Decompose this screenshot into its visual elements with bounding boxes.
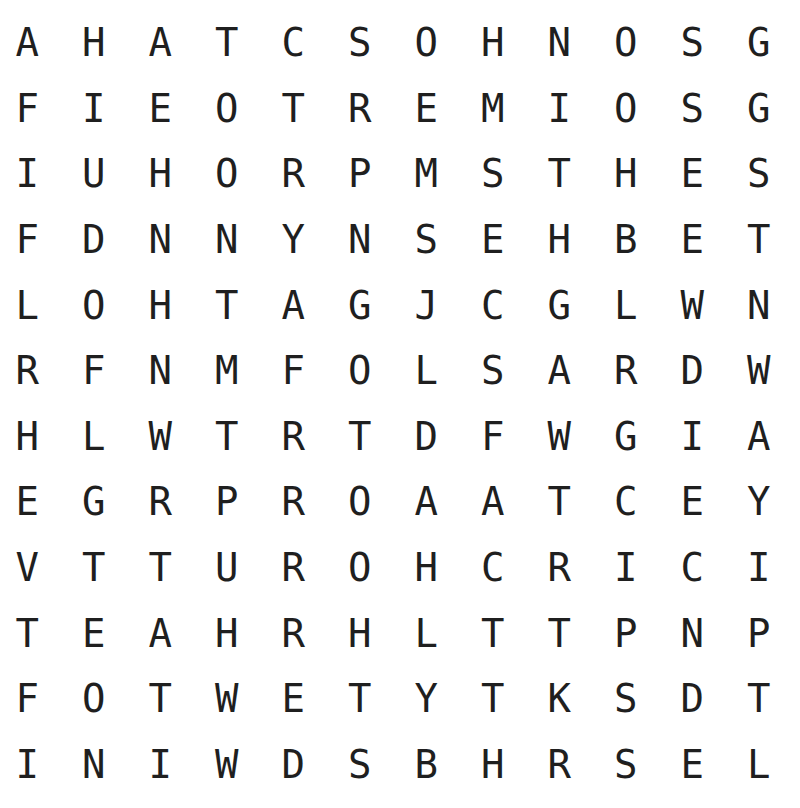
grid-cell-r7c8[interactable]: F <box>460 404 527 470</box>
grid-cell-r10c4[interactable]: H <box>194 600 261 666</box>
grid-cell-r3c2[interactable]: U <box>61 141 128 207</box>
grid-cell-r11c12[interactable]: T <box>726 666 793 732</box>
grid-cell-r8c9[interactable]: T <box>526 469 593 535</box>
grid-cell-r12c8[interactable]: H <box>460 731 527 797</box>
grid-cell-r5c1[interactable]: L <box>0 272 61 338</box>
grid-cell-r1c4[interactable]: T <box>194 10 261 76</box>
grid-cell-r9c9[interactable]: R <box>526 535 593 601</box>
grid-cell-r1c1[interactable]: A <box>0 10 61 76</box>
grid-cell-r3c9[interactable]: T <box>526 141 593 207</box>
grid-cell-r8c12[interactable]: Y <box>726 469 793 535</box>
grid-cell-r4c3[interactable]: N <box>127 207 194 273</box>
grid-cell-r9c7[interactable]: H <box>393 535 460 601</box>
grid-cell-r7c10[interactable]: G <box>593 404 660 470</box>
grid-cell-r2c7[interactable]: E <box>393 76 460 142</box>
grid-cell-r2c6[interactable]: R <box>327 76 394 142</box>
grid-cell-r12c1[interactable]: I <box>0 731 61 797</box>
grid-cell-r8c4[interactable]: P <box>194 469 261 535</box>
grid-cell-r12c6[interactable]: S <box>327 731 394 797</box>
grid-cell-r12c11[interactable]: E <box>659 731 726 797</box>
grid-cell-r12c10[interactable]: S <box>593 731 660 797</box>
grid-cell-r2c8[interactable]: M <box>460 76 527 142</box>
grid-cell-r6c11[interactable]: D <box>659 338 726 404</box>
grid-cell-r4c2[interactable]: D <box>61 207 128 273</box>
grid-cell-r8c8[interactable]: A <box>460 469 527 535</box>
grid-cell-r9c6[interactable]: O <box>327 535 394 601</box>
grid-cell-r8c7[interactable]: A <box>393 469 460 535</box>
grid-cell-r2c12[interactable]: G <box>726 76 793 142</box>
grid-cell-r7c1[interactable]: H <box>0 404 61 470</box>
grid-cell-r9c3[interactable]: T <box>127 535 194 601</box>
grid-cell-r11c11[interactable]: D <box>659 666 726 732</box>
grid-cell-r4c12[interactable]: T <box>726 207 793 273</box>
grid-cell-r5c2[interactable]: O <box>61 272 128 338</box>
grid-cell-r7c11[interactable]: I <box>659 404 726 470</box>
grid-cell-r5c6[interactable]: G <box>327 272 394 338</box>
grid-cell-r3c12[interactable]: S <box>726 141 793 207</box>
grid-cell-r11c1[interactable]: F <box>0 666 61 732</box>
grid-cell-r1c2[interactable]: H <box>61 10 128 76</box>
grid-cell-r11c5[interactable]: E <box>260 666 327 732</box>
grid-cell-r2c5[interactable]: T <box>260 76 327 142</box>
grid-cell-r12c5[interactable]: D <box>260 731 327 797</box>
grid-cell-r1c3[interactable]: A <box>127 10 194 76</box>
grid-cell-r8c2[interactable]: G <box>61 469 128 535</box>
grid-cell-r1c6[interactable]: S <box>327 10 394 76</box>
grid-cell-r11c9[interactable]: K <box>526 666 593 732</box>
grid-cell-r4c10[interactable]: B <box>593 207 660 273</box>
grid-cell-r7c12[interactable]: A <box>726 404 793 470</box>
grid-cell-r2c2[interactable]: I <box>61 76 128 142</box>
grid-cell-r12c2[interactable]: N <box>61 731 128 797</box>
grid-cell-r9c2[interactable]: T <box>61 535 128 601</box>
grid-cell-r4c8[interactable]: E <box>460 207 527 273</box>
grid-cell-r10c10[interactable]: P <box>593 600 660 666</box>
grid-cell-r2c4[interactable]: O <box>194 76 261 142</box>
grid-cell-r6c7[interactable]: L <box>393 338 460 404</box>
grid-cell-r11c10[interactable]: S <box>593 666 660 732</box>
grid-cell-r8c6[interactable]: O <box>327 469 394 535</box>
grid-cell-r2c9[interactable]: I <box>526 76 593 142</box>
grid-cell-r9c5[interactable]: R <box>260 535 327 601</box>
grid-cell-r6c6[interactable]: O <box>327 338 394 404</box>
grid-cell-r2c1[interactable]: F <box>0 76 61 142</box>
grid-cell-r12c4[interactable]: W <box>194 731 261 797</box>
grid-cell-r10c3[interactable]: A <box>127 600 194 666</box>
grid-cell-r10c6[interactable]: H <box>327 600 394 666</box>
grid-cell-r3c8[interactable]: S <box>460 141 527 207</box>
grid-cell-r5c4[interactable]: T <box>194 272 261 338</box>
grid-cell-r9c10[interactable]: I <box>593 535 660 601</box>
grid-cell-r3c5[interactable]: R <box>260 141 327 207</box>
grid-cell-r10c2[interactable]: E <box>61 600 128 666</box>
grid-cell-r4c5[interactable]: Y <box>260 207 327 273</box>
grid-cell-r11c2[interactable]: O <box>61 666 128 732</box>
grid-cell-r11c6[interactable]: T <box>327 666 394 732</box>
grid-cell-r7c2[interactable]: L <box>61 404 128 470</box>
grid-cell-r2c10[interactable]: O <box>593 76 660 142</box>
grid-cell-r1c10[interactable]: O <box>593 10 660 76</box>
grid-cell-r5c5[interactable]: A <box>260 272 327 338</box>
grid-cell-r9c12[interactable]: I <box>726 535 793 601</box>
grid-cell-r8c5[interactable]: R <box>260 469 327 535</box>
grid-cell-r5c8[interactable]: C <box>460 272 527 338</box>
grid-cell-r11c4[interactable]: W <box>194 666 261 732</box>
grid-cell-r5c9[interactable]: G <box>526 272 593 338</box>
grid-cell-r4c7[interactable]: S <box>393 207 460 273</box>
grid-cell-r1c11[interactable]: S <box>659 10 726 76</box>
word-search-board: AHATCSOHNOSGFIEOTREMIOSGIUHORPMSTHESFDNN… <box>0 10 792 797</box>
grid-cell-r2c11[interactable]: S <box>659 76 726 142</box>
grid-cell-r7c3[interactable]: W <box>127 404 194 470</box>
grid-cell-r6c10[interactable]: R <box>593 338 660 404</box>
grid-cell-r10c7[interactable]: L <box>393 600 460 666</box>
grid-cell-r10c5[interactable]: R <box>260 600 327 666</box>
grid-cell-r12c3[interactable]: I <box>127 731 194 797</box>
grid-cell-r6c3[interactable]: N <box>127 338 194 404</box>
grid-cell-r3c11[interactable]: E <box>659 141 726 207</box>
grid-cell-r11c3[interactable]: T <box>127 666 194 732</box>
grid-cell-r4c1[interactable]: F <box>0 207 61 273</box>
grid-cell-r1c7[interactable]: O <box>393 10 460 76</box>
grid-cell-r9c8[interactable]: C <box>460 535 527 601</box>
grid-cell-r7c6[interactable]: T <box>327 404 394 470</box>
grid-cell-r7c7[interactable]: D <box>393 404 460 470</box>
grid-cell-r10c8[interactable]: T <box>460 600 527 666</box>
grid-cell-r3c6[interactable]: P <box>327 141 394 207</box>
grid-cell-r6c12[interactable]: W <box>726 338 793 404</box>
grid-cell-r10c9[interactable]: T <box>526 600 593 666</box>
grid-cell-r1c12[interactable]: G <box>726 10 793 76</box>
grid-cell-r5c3[interactable]: H <box>127 272 194 338</box>
grid-cell-r6c4[interactable]: M <box>194 338 261 404</box>
grid-cell-r12c7[interactable]: B <box>393 731 460 797</box>
grid-cell-r7c5[interactable]: R <box>260 404 327 470</box>
grid-cell-r6c1[interactable]: R <box>0 338 61 404</box>
grid-cell-r8c10[interactable]: C <box>593 469 660 535</box>
grid-cell-r9c4[interactable]: U <box>194 535 261 601</box>
grid-cell-r3c4[interactable]: O <box>194 141 261 207</box>
grid-cell-r4c9[interactable]: H <box>526 207 593 273</box>
grid-cell-r5c12[interactable]: N <box>726 272 793 338</box>
grid-cell-r6c2[interactable]: F <box>61 338 128 404</box>
grid-cell-r8c1[interactable]: E <box>0 469 61 535</box>
grid-cell-r4c4[interactable]: N <box>194 207 261 273</box>
grid-cell-r6c9[interactable]: A <box>526 338 593 404</box>
grid-cell-r7c9[interactable]: W <box>526 404 593 470</box>
grid-cell-r8c3[interactable]: R <box>127 469 194 535</box>
grid-cell-r10c12[interactable]: P <box>726 600 793 666</box>
grid-cell-r12c12[interactable]: L <box>726 731 793 797</box>
grid-cell-r8c11[interactable]: E <box>659 469 726 535</box>
grid-cell-r4c11[interactable]: E <box>659 207 726 273</box>
grid-cell-r9c11[interactable]: C <box>659 535 726 601</box>
grid-cell-r3c7[interactable]: M <box>393 141 460 207</box>
grid-cell-r5c11[interactable]: W <box>659 272 726 338</box>
grid-cell-r11c7[interactable]: Y <box>393 666 460 732</box>
grid-cell-r7c4[interactable]: T <box>194 404 261 470</box>
grid-cell-r1c5[interactable]: C <box>260 10 327 76</box>
grid-cell-r2c3[interactable]: E <box>127 76 194 142</box>
grid-cell-r5c7[interactable]: J <box>393 272 460 338</box>
grid-cell-r9c1[interactable]: V <box>0 535 61 601</box>
grid-cell-r6c5[interactable]: F <box>260 338 327 404</box>
grid-cell-r5c10[interactable]: L <box>593 272 660 338</box>
grid-cell-r12c9[interactable]: R <box>526 731 593 797</box>
grid-cell-r3c3[interactable]: H <box>127 141 194 207</box>
grid-cell-r6c8[interactable]: S <box>460 338 527 404</box>
grid-cell-r3c10[interactable]: H <box>593 141 660 207</box>
grid-cell-r10c1[interactable]: T <box>0 600 61 666</box>
grid-cell-r4c6[interactable]: N <box>327 207 394 273</box>
grid-cell-r10c11[interactable]: N <box>659 600 726 666</box>
grid-cell-r3c1[interactable]: I <box>0 141 61 207</box>
grid-cell-r11c8[interactable]: T <box>460 666 527 732</box>
grid-cell-r1c9[interactable]: N <box>526 10 593 76</box>
grid-cell-r1c8[interactable]: H <box>460 10 527 76</box>
